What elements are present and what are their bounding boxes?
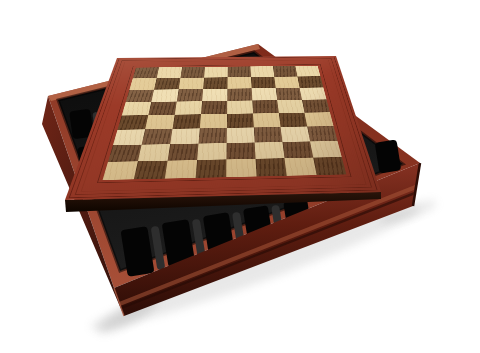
chess-board-lid: [65, 56, 381, 200]
square-e1: [226, 159, 256, 177]
square-g4: [279, 113, 307, 127]
square-b5: [148, 102, 176, 116]
square-h3: [307, 126, 337, 141]
square-f7: [251, 77, 276, 89]
square-g6: [276, 88, 302, 100]
square-e7: [227, 77, 251, 89]
square-b4: [145, 115, 175, 130]
square-g5: [277, 100, 304, 113]
square-h6: [300, 87, 327, 99]
square-a3: [113, 129, 145, 145]
square-f8: [250, 66, 274, 77]
square-f1: [256, 158, 287, 176]
square-c6: [177, 89, 203, 102]
square-e8: [228, 66, 251, 77]
square-b1: [134, 161, 168, 180]
square-h4: [304, 112, 333, 126]
square-c3: [170, 128, 200, 144]
square-h1: [313, 157, 346, 175]
square-a6: [126, 90, 154, 103]
square-h8: [295, 66, 320, 77]
square-c5: [175, 101, 202, 115]
square-b6: [151, 89, 178, 102]
square-a5: [122, 102, 152, 116]
square-g1: [284, 158, 316, 176]
square-f6: [252, 88, 278, 100]
square-b3: [142, 129, 173, 145]
square-a8: [133, 67, 159, 78]
square-f2: [255, 142, 285, 159]
square-d8: [204, 67, 228, 78]
square-f3: [254, 127, 283, 143]
square-f4: [253, 113, 281, 127]
square-a4: [117, 115, 148, 130]
square-d2: [197, 143, 227, 160]
square-a2: [108, 145, 142, 162]
square-c8: [180, 67, 205, 78]
square-h2: [310, 141, 342, 158]
square-f5: [252, 100, 279, 113]
square-b8: [157, 67, 182, 78]
square-h5: [302, 99, 330, 112]
square-e4: [227, 113, 254, 127]
square-a7: [129, 78, 156, 90]
square-d5: [201, 101, 227, 114]
square-g2: [282, 141, 313, 158]
square-e5: [227, 100, 253, 113]
square-d4: [200, 114, 227, 129]
square-c7: [179, 78, 204, 90]
square-h7: [297, 76, 323, 88]
square-c2: [168, 144, 199, 161]
checkerboard-field: [103, 66, 347, 180]
square-b7: [154, 78, 180, 90]
square-g3: [281, 127, 310, 142]
square-d3: [199, 128, 227, 144]
square-d6: [202, 89, 227, 102]
square-b2: [138, 144, 170, 161]
square-d7: [203, 77, 227, 89]
square-e6: [227, 88, 252, 100]
square-e2: [226, 143, 255, 160]
square-c1: [165, 160, 197, 179]
square-c4: [173, 114, 201, 129]
square-e3: [227, 127, 255, 143]
square-g8: [273, 66, 297, 77]
square-a1: [103, 161, 138, 180]
square-g7: [274, 77, 299, 89]
chess-box-photo: [0, 0, 480, 353]
square-d1: [196, 159, 227, 177]
